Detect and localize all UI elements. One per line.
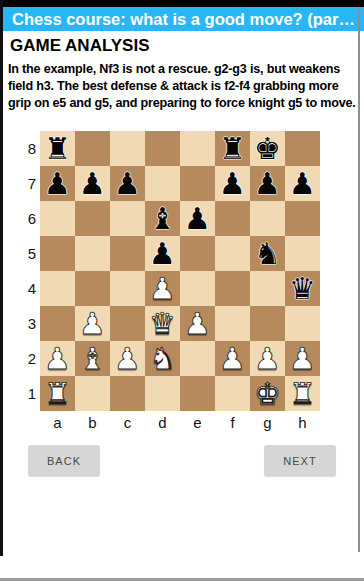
square-b2[interactable]: ♝ — [75, 341, 110, 376]
square-d6[interactable]: ♝ — [145, 201, 180, 236]
square-b8[interactable] — [75, 131, 110, 166]
white-pawn-e3[interactable]: ♟ — [184, 306, 211, 341]
file-label-b: b — [75, 411, 110, 433]
white-rook-h1[interactable]: ♜ — [289, 376, 316, 411]
square-f3[interactable] — [215, 306, 250, 341]
square-d3[interactable]: ♛ — [145, 306, 180, 341]
file-label-f: f — [215, 411, 250, 433]
square-c7[interactable]: ♟ — [110, 166, 145, 201]
chess-board-area: 87654321 ♜♜♚♟♟♟♟♟♟♝♟♟♞♟♛♟♛♟♟♝♟♞♟♟♟♜♚♜ ab… — [26, 131, 320, 433]
rank-label-3: 3 — [26, 306, 40, 341]
back-button[interactable]: BACK — [28, 445, 100, 476]
square-d1[interactable] — [145, 376, 180, 411]
square-h4[interactable]: ♛ — [285, 271, 320, 306]
square-e1[interactable] — [180, 376, 215, 411]
square-b7[interactable]: ♟ — [75, 166, 110, 201]
square-h1[interactable]: ♜ — [285, 376, 320, 411]
square-g1[interactable]: ♚ — [250, 376, 285, 411]
next-button[interactable]: NEXT — [264, 445, 336, 476]
rank-label-8: 8 — [26, 131, 40, 166]
chess-board[interactable]: ♜♜♚♟♟♟♟♟♟♝♟♟♞♟♛♟♛♟♟♝♟♞♟♟♟♜♚♜ — [40, 131, 320, 411]
square-c4[interactable] — [110, 271, 145, 306]
square-h5[interactable] — [285, 236, 320, 271]
square-f2[interactable]: ♟ — [215, 341, 250, 376]
square-h8[interactable] — [285, 131, 320, 166]
file-label-c: c — [110, 411, 145, 433]
black-pawn-g7[interactable]: ♟ — [254, 166, 281, 201]
black-pawn-d5[interactable]: ♟ — [149, 236, 176, 271]
black-queen-h4[interactable]: ♛ — [289, 271, 316, 306]
square-a1[interactable]: ♜ — [40, 376, 75, 411]
rank-labels: 87654321 — [26, 131, 40, 411]
square-g7[interactable]: ♟ — [250, 166, 285, 201]
black-bishop-d6[interactable]: ♝ — [149, 201, 176, 236]
rank-label-4: 4 — [26, 271, 40, 306]
white-pawn-g2[interactable]: ♟ — [254, 341, 281, 376]
square-g2[interactable]: ♟ — [250, 341, 285, 376]
square-b1[interactable] — [75, 376, 110, 411]
white-pawn-h2[interactable]: ♟ — [289, 341, 316, 376]
file-label-h: h — [285, 411, 320, 433]
analysis-text: In the example, Nf3 is not a rescue. g2-… — [8, 61, 360, 112]
black-pawn-a7[interactable]: ♟ — [44, 166, 71, 201]
rank-label-2: 2 — [26, 341, 40, 376]
black-knight-g5[interactable]: ♞ — [254, 236, 281, 271]
square-c8[interactable] — [110, 131, 145, 166]
screen-top-border — [0, 0, 364, 7]
square-f4[interactable] — [215, 271, 250, 306]
black-pawn-h7[interactable]: ♟ — [289, 166, 316, 201]
rank-label-6: 6 — [26, 201, 40, 236]
square-g3[interactable] — [250, 306, 285, 341]
square-c1[interactable] — [110, 376, 145, 411]
black-pawn-c7[interactable]: ♟ — [114, 166, 141, 201]
white-king-g1[interactable]: ♚ — [254, 376, 281, 411]
square-g8[interactable]: ♚ — [250, 131, 285, 166]
square-f1[interactable] — [215, 376, 250, 411]
square-f8[interactable]: ♜ — [215, 131, 250, 166]
page-title: GAME ANALYSIS — [10, 36, 150, 56]
square-e7[interactable] — [180, 166, 215, 201]
white-pawn-a2[interactable]: ♟ — [44, 341, 71, 376]
square-e6[interactable]: ♟ — [180, 201, 215, 236]
square-f6[interactable] — [215, 201, 250, 236]
black-rook-f8[interactable]: ♜ — [219, 131, 246, 166]
square-a3[interactable] — [40, 306, 75, 341]
square-g5[interactable]: ♞ — [250, 236, 285, 271]
square-b5[interactable] — [75, 236, 110, 271]
white-knight-d2[interactable]: ♞ — [149, 341, 176, 376]
screen-left-border — [0, 0, 3, 556]
white-bishop-b2[interactable]: ♝ — [79, 341, 106, 376]
square-c2[interactable]: ♟ — [110, 341, 145, 376]
square-d5[interactable]: ♟ — [145, 236, 180, 271]
square-d4[interactable]: ♟ — [145, 271, 180, 306]
app-header: Chess course: what is a good move? (par… — [3, 7, 364, 31]
square-c5[interactable] — [110, 236, 145, 271]
square-a8[interactable]: ♜ — [40, 131, 75, 166]
app-title: Chess course: what is a good move? (par… — [12, 10, 355, 29]
white-pawn-f2[interactable]: ♟ — [219, 341, 246, 376]
black-pawn-b7[interactable]: ♟ — [79, 166, 106, 201]
white-pawn-d4[interactable]: ♟ — [149, 271, 176, 306]
file-labels: abcdefgh — [40, 411, 320, 433]
square-e3[interactable]: ♟ — [180, 306, 215, 341]
rank-label-1: 1 — [26, 376, 40, 411]
square-h7[interactable]: ♟ — [285, 166, 320, 201]
rank-label-7: 7 — [26, 166, 40, 201]
black-king-g8[interactable]: ♚ — [254, 131, 281, 166]
square-d8[interactable] — [145, 131, 180, 166]
board-corner-spacer — [26, 411, 40, 433]
square-a7[interactable]: ♟ — [40, 166, 75, 201]
square-h2[interactable]: ♟ — [285, 341, 320, 376]
file-label-a: a — [40, 411, 75, 433]
square-a6[interactable] — [40, 201, 75, 236]
square-b3[interactable]: ♟ — [75, 306, 110, 341]
file-label-e: e — [180, 411, 215, 433]
square-h6[interactable] — [285, 201, 320, 236]
screen-bottom-bar — [0, 578, 364, 581]
black-pawn-e6[interactable]: ♟ — [184, 201, 211, 236]
white-rook-a1[interactable]: ♜ — [44, 376, 71, 411]
white-pawn-b3[interactable]: ♟ — [79, 306, 106, 341]
square-f7[interactable]: ♟ — [215, 166, 250, 201]
rank-label-5: 5 — [26, 236, 40, 271]
square-e5[interactable] — [180, 236, 215, 271]
square-b6[interactable] — [75, 201, 110, 236]
white-queen-d3[interactable]: ♛ — [149, 306, 176, 341]
square-g6[interactable] — [250, 201, 285, 236]
square-e4[interactable] — [180, 271, 215, 306]
square-d2[interactable]: ♞ — [145, 341, 180, 376]
square-b4[interactable] — [75, 271, 110, 306]
square-a5[interactable] — [40, 236, 75, 271]
square-e8[interactable] — [180, 131, 215, 166]
square-e2[interactable] — [180, 341, 215, 376]
file-label-g: g — [250, 411, 285, 433]
square-d7[interactable] — [145, 166, 180, 201]
black-rook-a8[interactable]: ♜ — [44, 131, 71, 166]
file-label-d: d — [145, 411, 180, 433]
square-c3[interactable] — [110, 306, 145, 341]
square-g4[interactable] — [250, 271, 285, 306]
white-pawn-c2[interactable]: ♟ — [114, 341, 141, 376]
square-f5[interactable] — [215, 236, 250, 271]
black-pawn-f7[interactable]: ♟ — [219, 166, 246, 201]
square-a4[interactable] — [40, 271, 75, 306]
square-h3[interactable] — [285, 306, 320, 341]
square-a2[interactable]: ♟ — [40, 341, 75, 376]
screen-right-border — [358, 7, 360, 552]
square-c6[interactable] — [110, 201, 145, 236]
